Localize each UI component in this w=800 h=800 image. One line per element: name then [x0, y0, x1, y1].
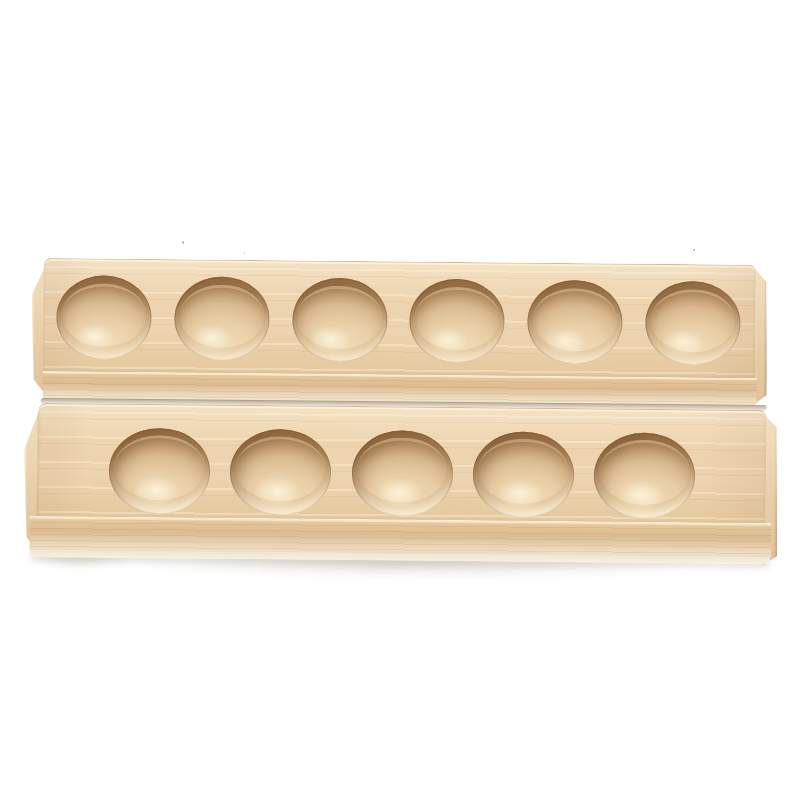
product-photo-scene [0, 0, 800, 800]
dust-speck [182, 241, 184, 244]
pit [409, 279, 505, 364]
pit [56, 275, 152, 360]
pit [109, 427, 211, 514]
pit [174, 276, 270, 361]
pit [351, 430, 453, 517]
dust-speck [693, 249, 695, 251]
pit [292, 277, 388, 362]
front-row-pits [38, 404, 767, 526]
pit [230, 428, 332, 515]
pit [594, 432, 696, 519]
pit [645, 281, 741, 366]
front-tier [27, 402, 781, 569]
back-tier-top-surface [43, 258, 756, 380]
dust-speck [244, 252, 245, 254]
front-tier-top-surface [38, 403, 767, 526]
two-tier-wooden-pit-board [27, 252, 782, 575]
back-tier [29, 252, 774, 407]
pit [472, 431, 574, 518]
back-row-pits [43, 259, 756, 380]
pit [527, 280, 623, 365]
